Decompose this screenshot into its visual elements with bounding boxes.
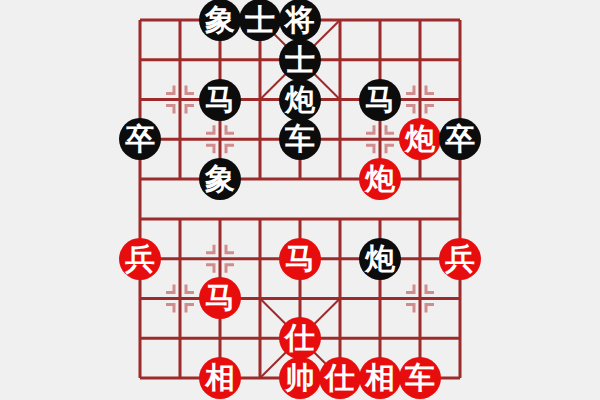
board-point-f5-r7[interactable]: 马 [280, 239, 320, 279]
board-point-f7-r7[interactable]: 炮 [360, 239, 400, 279]
board-point-f1-r3[interactable] [120, 80, 160, 120]
piece-red-elephant[interactable]: 相 [359, 357, 401, 399]
board-point-f9-r10[interactable] [440, 358, 480, 398]
board-point-f3-r7[interactable] [200, 239, 240, 279]
board-point-f4-r5[interactable] [240, 159, 280, 199]
piece-black-horse[interactable]: 马 [359, 79, 401, 121]
board-point-f2-r5[interactable] [160, 159, 200, 199]
board-point-f9-r8[interactable] [440, 278, 480, 318]
piece-red-cannon[interactable]: 炮 [359, 158, 401, 200]
board-point-f3-r3[interactable]: 马 [200, 80, 240, 120]
piece-red-advisor[interactable]: 仕 [319, 357, 361, 399]
board-point-f1-r8[interactable] [120, 278, 160, 318]
piece-red-elephant[interactable]: 相 [199, 357, 241, 399]
board-point-f8-r6[interactable] [400, 199, 440, 239]
board-point-f1-r2[interactable] [120, 40, 160, 80]
board-point-f5-r4[interactable]: 车 [280, 119, 320, 159]
board-point-f8-r7[interactable] [400, 239, 440, 279]
board-point-f3-r2[interactable] [200, 40, 240, 80]
board-point-f6-r6[interactable] [320, 199, 360, 239]
board-point-f6-r5[interactable] [320, 159, 360, 199]
board-point-f8-r2[interactable] [400, 40, 440, 80]
board-point-f3-r9[interactable] [200, 318, 240, 358]
piece-black-chariot[interactable]: 车 [279, 118, 321, 160]
piece-black-cannon[interactable]: 炮 [279, 79, 321, 121]
board-point-f1-r1[interactable] [120, 0, 160, 40]
board-point-f7-r4[interactable] [360, 119, 400, 159]
board-point-f3-r8[interactable]: 马 [200, 278, 240, 318]
board-point-f9-r4[interactable]: 卒 [440, 119, 480, 159]
board-point-f5-r3[interactable]: 炮 [280, 80, 320, 120]
board-point-f6-r3[interactable] [320, 80, 360, 120]
piece-black-general[interactable]: 将 [279, 0, 321, 41]
piece-black-cannon[interactable]: 炮 [359, 238, 401, 280]
board-point-f6-r9[interactable] [320, 318, 360, 358]
board-point-f2-r7[interactable] [160, 239, 200, 279]
piece-black-soldier[interactable]: 卒 [119, 118, 161, 160]
board-point-f5-r9[interactable]: 仕 [280, 318, 320, 358]
board-point-f7-r9[interactable] [360, 318, 400, 358]
board-point-f1-r10[interactable] [120, 358, 160, 398]
piece-red-chariot[interactable]: 车 [399, 357, 441, 399]
board-point-f7-r10[interactable]: 相 [360, 358, 400, 398]
board-point-f6-r1[interactable] [320, 0, 360, 40]
board-point-f4-r7[interactable] [240, 239, 280, 279]
board-point-f3-r4[interactable] [200, 119, 240, 159]
board-point-f4-r6[interactable] [240, 199, 280, 239]
board-point-f8-r5[interactable] [400, 159, 440, 199]
board-point-f5-r1[interactable]: 将 [280, 0, 320, 40]
board-point-f4-r3[interactable] [240, 80, 280, 120]
xiangqi-app-screen: 象士将士马炮马卒车炮卒象炮兵马炮兵马仕相帅仕相车 [0, 0, 600, 400]
piece-black-advisor[interactable]: 士 [279, 39, 321, 81]
piece-black-elephant[interactable]: 象 [199, 158, 241, 200]
board-point-f9-r2[interactable] [440, 40, 480, 80]
board-point-f1-r9[interactable] [120, 318, 160, 358]
board-point-f5-r2[interactable]: 士 [280, 40, 320, 80]
board-point-f4-r1[interactable]: 士 [240, 0, 280, 40]
board-point-f5-r5[interactable] [280, 159, 320, 199]
board-point-f7-r8[interactable] [360, 278, 400, 318]
board-point-f2-r3[interactable] [160, 80, 200, 120]
board-point-f5-r6[interactable] [280, 199, 320, 239]
board-point-f6-r4[interactable] [320, 119, 360, 159]
piece-black-elephant[interactable]: 象 [199, 0, 241, 41]
board-point-f4-r8[interactable] [240, 278, 280, 318]
board-point-f4-r9[interactable] [240, 318, 280, 358]
board-point-f9-r7[interactable]: 兵 [440, 239, 480, 279]
piece-red-general[interactable]: 帅 [279, 357, 321, 399]
board-point-f6-r2[interactable] [320, 40, 360, 80]
board-point-f8-r9[interactable] [400, 318, 440, 358]
board-point-f9-r1[interactable] [440, 0, 480, 40]
board-point-f9-r9[interactable] [440, 318, 480, 358]
board-point-f6-r8[interactable] [320, 278, 360, 318]
board-point-f2-r6[interactable] [160, 199, 200, 239]
board-point-f2-r9[interactable] [160, 318, 200, 358]
board-point-f1-r6[interactable] [120, 199, 160, 239]
piece-red-cannon[interactable]: 炮 [399, 118, 441, 160]
board-point-f3-r6[interactable] [200, 199, 240, 239]
board-point-f6-r7[interactable] [320, 239, 360, 279]
board-point-f1-r4[interactable]: 卒 [120, 119, 160, 159]
board-point-f6-r10[interactable]: 仕 [320, 358, 360, 398]
piece-red-horse[interactable]: 马 [279, 238, 321, 280]
board-point-f1-r5[interactable] [120, 159, 160, 199]
piece-black-soldier[interactable]: 卒 [439, 118, 481, 160]
board-point-f2-r2[interactable] [160, 40, 200, 80]
board-point-f8-r8[interactable] [400, 278, 440, 318]
board-point-f2-r8[interactable] [160, 278, 200, 318]
board-point-f2-r1[interactable] [160, 0, 200, 40]
board-point-f8-r3[interactable] [400, 80, 440, 120]
piece-black-horse[interactable]: 马 [199, 79, 241, 121]
board-point-f7-r5[interactable]: 炮 [360, 159, 400, 199]
board-point-f4-r10[interactable] [240, 358, 280, 398]
piece-black-advisor[interactable]: 士 [239, 0, 281, 41]
board-point-f7-r2[interactable] [360, 40, 400, 80]
board-point-f2-r10[interactable] [160, 358, 200, 398]
board-point-f8-r1[interactable] [400, 0, 440, 40]
board-point-f2-r4[interactable] [160, 119, 200, 159]
piece-red-soldier[interactable]: 兵 [119, 238, 161, 280]
board-point-f8-r4[interactable]: 炮 [400, 119, 440, 159]
board-point-f8-r10[interactable]: 车 [400, 358, 440, 398]
board-point-f7-r1[interactable] [360, 0, 400, 40]
board-point-f3-r1[interactable]: 象 [200, 0, 240, 40]
piece-red-soldier[interactable]: 兵 [439, 238, 481, 280]
board-point-f7-r6[interactable] [360, 199, 400, 239]
board-point-f4-r2[interactable] [240, 40, 280, 80]
board-point-f9-r5[interactable] [440, 159, 480, 199]
board-point-f5-r10[interactable]: 帅 [280, 358, 320, 398]
board-point-f1-r7[interactable]: 兵 [120, 239, 160, 279]
board-point-f3-r5[interactable]: 象 [200, 159, 240, 199]
board-point-f4-r4[interactable] [240, 119, 280, 159]
piece-red-advisor[interactable]: 仕 [279, 317, 321, 359]
board-point-f5-r8[interactable] [280, 278, 320, 318]
xiangqi-board: 象士将士马炮马卒车炮卒象炮兵马炮兵马仕相帅仕相车 [120, 0, 480, 398]
board-point-f9-r3[interactable] [440, 80, 480, 120]
piece-red-horse[interactable]: 马 [199, 277, 241, 319]
board-point-f7-r3[interactable]: 马 [360, 80, 400, 120]
board-point-f9-r6[interactable] [440, 199, 480, 239]
board-point-f3-r10[interactable]: 相 [200, 358, 240, 398]
